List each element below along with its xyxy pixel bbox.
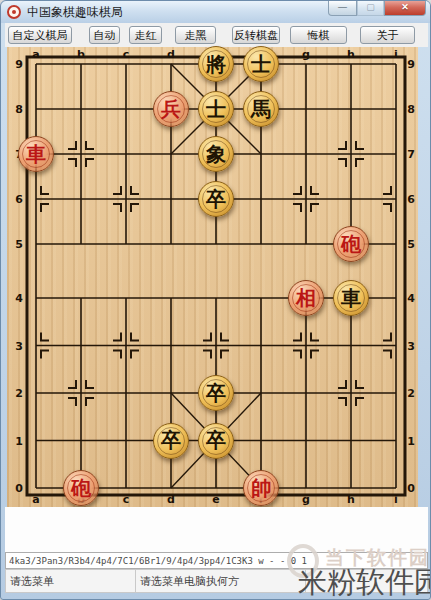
red-chariot-a7[interactable]: 車 xyxy=(18,136,54,172)
file-label-top-c: c xyxy=(123,48,130,61)
rank-label-left-8: 8 xyxy=(15,103,23,116)
rank-label-right-8: 8 xyxy=(407,103,415,116)
file-label-top-g: g xyxy=(302,48,310,61)
file-label-top-h: h xyxy=(347,48,355,61)
minimize-button[interactable]: — xyxy=(328,1,357,16)
red-cannon-h5[interactable]: 砲 xyxy=(333,226,369,262)
app-icon xyxy=(7,5,21,19)
rank-label-left-2: 2 xyxy=(15,387,23,400)
black-soldier-e2[interactable]: 卒 xyxy=(198,375,234,411)
red-king-f0[interactable]: 帥 xyxy=(243,470,279,506)
rank-label-right-6: 6 xyxy=(407,193,415,206)
rank-label-left-4: 4 xyxy=(15,292,23,305)
xiangqi-board[interactable]: aabbccddeeffgghhii99887766554433221100將士… xyxy=(7,47,418,507)
toolbar-button-3[interactable]: 走红 xyxy=(129,26,162,44)
title-bar[interactable]: 中国象棋趣味棋局 — ▢ ✕ xyxy=(1,1,431,23)
window-title: 中国象棋趣味棋局 xyxy=(27,4,328,21)
rank-label-left-5: 5 xyxy=(15,238,23,251)
file-label-top-a: a xyxy=(32,48,39,61)
black-soldier-e6[interactable]: 卒 xyxy=(198,181,234,217)
rank-label-right-1: 1 xyxy=(407,434,415,447)
file-label-bottom-a: a xyxy=(32,493,39,506)
rank-label-left-6: 6 xyxy=(15,193,23,206)
black-advisor-f9[interactable]: 士 xyxy=(243,46,279,82)
toolbar-button-5[interactable]: 反转棋盘 xyxy=(232,26,280,44)
rank-label-right-2: 2 xyxy=(407,387,415,400)
file-label-bottom-e: e xyxy=(212,493,219,506)
black-general-e9[interactable]: 將 xyxy=(198,46,234,82)
maximize-button[interactable]: ▢ xyxy=(357,1,384,16)
red-cannon-b0[interactable]: 砲 xyxy=(63,470,99,506)
rank-label-left-3: 3 xyxy=(15,339,23,352)
rank-label-right-0: 0 xyxy=(407,482,415,495)
window-controls: — ▢ ✕ xyxy=(328,1,426,23)
status-center: 请选菜单电脑执何方 xyxy=(136,570,306,592)
black-soldier-d1[interactable]: 卒 xyxy=(153,423,189,459)
black-advisor-e8[interactable]: 士 xyxy=(198,91,234,127)
toolbar-button-2[interactable]: 自动 xyxy=(89,26,120,44)
toolbar: 自定义棋局自动走红走黑反转棋盘悔棋关于 xyxy=(5,23,428,47)
close-button[interactable]: ✕ xyxy=(384,1,426,16)
rank-label-right-4: 4 xyxy=(407,292,415,305)
file-label-bottom-g: g xyxy=(302,493,310,506)
file-label-bottom-h: h xyxy=(347,493,355,506)
rank-label-left-1: 1 xyxy=(15,434,23,447)
rank-label-right-5: 5 xyxy=(407,238,415,251)
watermark-dark-text: 米粉软件园 xyxy=(298,563,431,600)
rank-label-right-7: 7 xyxy=(407,148,415,161)
file-label-top-b: b xyxy=(77,48,85,61)
toolbar-button-1[interactable]: 自定义棋局 xyxy=(8,26,72,44)
app-window: 中国象棋趣味棋局 — ▢ ✕ 自定义棋局自动走红走黑反转棋盘悔棋关于 aabbc… xyxy=(0,0,431,600)
file-label-top-d: d xyxy=(167,48,175,61)
file-label-bottom-i: i xyxy=(394,493,398,506)
rank-label-right-3: 3 xyxy=(407,339,415,352)
toolbar-button-4[interactable]: 走黑 xyxy=(175,26,216,44)
black-elephant-e7[interactable]: 象 xyxy=(198,136,234,172)
red-soldier-d8[interactable]: 兵 xyxy=(153,91,189,127)
black-horse-f8[interactable]: 馬 xyxy=(243,91,279,127)
rank-label-left-0: 0 xyxy=(15,482,23,495)
file-label-bottom-d: d xyxy=(167,493,175,506)
toolbar-button-7[interactable]: 关于 xyxy=(360,26,415,44)
toolbar-button-6[interactable]: 悔棋 xyxy=(290,26,347,44)
file-label-bottom-c: c xyxy=(123,493,130,506)
black-soldier-e1[interactable]: 卒 xyxy=(198,423,234,459)
rank-label-right-9: 9 xyxy=(407,58,415,71)
red-elephant-g4[interactable]: 相 xyxy=(288,280,324,316)
black-chariot-h4[interactable]: 車 xyxy=(333,280,369,316)
file-label-top-i: i xyxy=(394,48,398,61)
status-left: 请选菜单 xyxy=(6,570,136,592)
rank-label-left-9: 9 xyxy=(15,58,23,71)
